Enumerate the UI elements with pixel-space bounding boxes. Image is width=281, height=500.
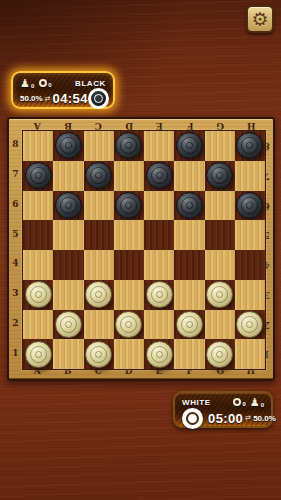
piece-black-man-f8[interactable] [176,132,203,159]
black-men-captured: 0 [39,79,51,88]
black-kings-captured: ♟ 0 [20,78,34,89]
square-d5[interactable] [114,220,144,250]
piece-black-man-d6[interactable] [115,192,142,219]
square-a2[interactable] [23,310,53,340]
square-d3[interactable] [114,280,144,310]
square-d4[interactable] [114,250,144,280]
piece-white-man-c3[interactable] [85,281,112,308]
square-a3[interactable] [23,280,53,310]
coord-label: 4 [10,249,21,279]
square-a4[interactable] [23,250,53,280]
black-win-probability: 50.0% [20,94,43,103]
piece-black-man-a7[interactable] [25,162,52,189]
white-kings-captured: ♟ 0 [250,397,264,408]
square-c3[interactable] [84,280,114,310]
coord-label: 8 [10,130,21,160]
piece-black-man-h8[interactable] [236,132,263,159]
piece-white-man-e3[interactable] [146,281,173,308]
coord-label: 7 [10,160,21,190]
square-e3[interactable] [144,280,174,310]
square-g6[interactable] [205,191,235,221]
square-b4[interactable] [53,250,83,280]
square-d6[interactable] [114,191,144,221]
piece-white-man-a3[interactable] [25,281,52,308]
square-d7[interactable] [114,161,144,191]
settings-button[interactable]: ⚙ [246,5,274,33]
square-b5[interactable] [53,220,83,250]
square-g7[interactable] [205,161,235,191]
white-win-probability: 50.0% [253,414,276,423]
white-player-name: WHITE [182,398,211,407]
black-player-name: BLACK [75,79,106,88]
square-a7[interactable] [23,161,53,191]
square-h6[interactable] [235,191,265,221]
white-player-panel: WHITE 0 ♟ 0 05:00 ⇄ 50.0% [173,391,273,428]
square-f8[interactable] [174,131,204,161]
square-b1[interactable] [53,339,83,369]
square-e7[interactable] [144,161,174,191]
piece-black-man-b6[interactable] [55,192,82,219]
coord-label: 5 [10,219,21,249]
square-h4[interactable] [235,250,265,280]
coord-label: G [205,120,236,130]
checkers-board: ABCDEFGH ABCDEFGH 87654321 87654321 [7,117,275,381]
coord-label: 6 [10,190,21,220]
white-clock: 05:00 [208,411,243,426]
coord-label: 1 [10,338,21,368]
file-labels-top: ABCDEFGH [22,120,266,130]
square-f7[interactable] [174,161,204,191]
square-f4[interactable] [174,250,204,280]
square-g4[interactable] [205,250,235,280]
square-h1[interactable] [235,339,265,369]
piece-white-man-f2[interactable] [176,311,203,338]
square-b7[interactable] [53,161,83,191]
square-c5[interactable] [84,220,114,250]
square-c6[interactable] [84,191,114,221]
board-grid [22,130,266,370]
piece-white-man-a1[interactable] [25,341,52,368]
square-e6[interactable] [144,191,174,221]
square-g5[interactable] [205,220,235,250]
piece-white-man-c1[interactable] [85,341,112,368]
piece-black-man-f6[interactable] [176,192,203,219]
piece-white-man-b2[interactable] [55,311,82,338]
man-piece-icon [39,79,47,87]
square-h8[interactable] [235,131,265,161]
square-c8[interactable] [84,131,114,161]
black-clock: 04:54 [53,91,88,106]
king-piece-icon: ♟ [20,78,30,89]
square-c7[interactable] [84,161,114,191]
square-d8[interactable] [114,131,144,161]
square-h7[interactable] [235,161,265,191]
square-h5[interactable] [235,220,265,250]
square-a1[interactable] [23,339,53,369]
piece-white-man-e1[interactable] [146,341,173,368]
square-f2[interactable] [174,310,204,340]
piece-black-man-b8[interactable] [55,132,82,159]
square-f1[interactable] [174,339,204,369]
piece-black-man-h6[interactable] [236,192,263,219]
piece-white-man-d2[interactable] [115,311,142,338]
square-h2[interactable] [235,310,265,340]
square-f6[interactable] [174,191,204,221]
square-d1[interactable] [114,339,144,369]
square-a5[interactable] [23,220,53,250]
square-c2[interactable] [84,310,114,340]
square-h3[interactable] [235,280,265,310]
coord-label: B [53,120,84,130]
square-a8[interactable] [23,131,53,161]
piece-white-man-g1[interactable] [206,341,233,368]
approx-icon: ⇄ [245,414,251,422]
square-e4[interactable] [144,250,174,280]
square-e2[interactable] [144,310,174,340]
king-piece-icon: ♟ [250,397,260,408]
coord-label: F [175,120,206,130]
square-g8[interactable] [205,131,235,161]
square-e1[interactable] [144,339,174,369]
square-d2[interactable] [114,310,144,340]
square-f5[interactable] [174,220,204,250]
square-g3[interactable] [205,280,235,310]
piece-white-man-g3[interactable] [206,281,233,308]
white-color-indicator [182,408,203,429]
square-b6[interactable] [53,191,83,221]
piece-black-man-d8[interactable] [115,132,142,159]
coord-label: D [114,120,145,130]
square-e5[interactable] [144,220,174,250]
square-e8[interactable] [144,131,174,161]
piece-black-man-g7[interactable] [206,162,233,189]
coord-label: A [22,120,53,130]
rank-labels-left: 87654321 [10,130,21,368]
black-color-indicator [88,88,109,109]
coord-label: C [83,120,114,130]
square-a6[interactable] [23,191,53,221]
square-f3[interactable] [174,280,204,310]
piece-black-man-c7[interactable] [85,162,112,189]
coord-label: 3 [10,279,21,309]
piece-black-man-e7[interactable] [146,162,173,189]
square-b2[interactable] [53,310,83,340]
square-b8[interactable] [53,131,83,161]
gear-icon: ⚙ [251,10,268,29]
square-g2[interactable] [205,310,235,340]
coord-label: H [236,120,267,130]
black-player-panel: ♟ 0 0 BLACK 50.0% ⇄ 04:54 [11,71,115,109]
coord-label: 2 [10,309,21,339]
square-c1[interactable] [84,339,114,369]
approx-icon: ⇄ [45,95,51,103]
square-c4[interactable] [84,250,114,280]
white-men-captured: 0 [233,398,245,407]
coord-label: E [144,120,175,130]
square-b3[interactable] [53,280,83,310]
square-g1[interactable] [205,339,235,369]
game-screen: ⚙ ♟ 0 0 BLACK 50.0% ⇄ 04:54 ABCDEFGH ABC… [0,0,281,500]
piece-white-man-h2[interactable] [236,311,263,338]
man-piece-icon [233,398,241,406]
